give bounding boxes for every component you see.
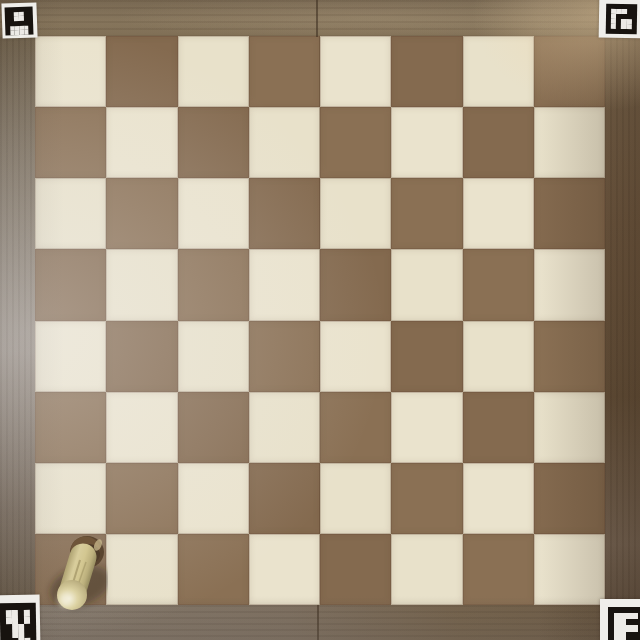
board-frame-right <box>604 0 640 640</box>
square-c8 <box>178 36 249 107</box>
square-e4 <box>320 321 391 392</box>
square-b3 <box>106 392 177 463</box>
square-c2 <box>178 463 249 534</box>
square-f7 <box>391 107 462 178</box>
square-d7 <box>249 107 320 178</box>
square-f3 <box>391 392 462 463</box>
square-c1 <box>178 534 249 605</box>
fiducial-pattern <box>608 607 640 640</box>
square-e2 <box>320 463 391 534</box>
fiducial-marker-bottom-right <box>600 599 640 640</box>
square-e1 <box>320 534 391 605</box>
fiducial-pattern <box>606 4 638 35</box>
pawn-head <box>57 580 87 610</box>
square-h2 <box>534 463 605 534</box>
square-c7 <box>178 107 249 178</box>
square-g7 <box>463 107 534 178</box>
square-a5 <box>35 249 106 320</box>
fiducial-marker-top-right <box>599 0 640 38</box>
square-h6 <box>534 178 605 249</box>
square-b8 <box>106 36 177 107</box>
square-f5 <box>391 249 462 320</box>
square-b4 <box>106 321 177 392</box>
square-g6 <box>463 178 534 249</box>
square-h5 <box>534 249 605 320</box>
white-pawn-fallen <box>38 524 108 618</box>
square-f8 <box>391 36 462 107</box>
square-d6 <box>249 178 320 249</box>
square-d1 <box>249 534 320 605</box>
square-c4 <box>178 321 249 392</box>
board-fold-seam-center <box>319 36 320 605</box>
fiducial-marker-top-left <box>1 2 37 38</box>
square-e7 <box>320 107 391 178</box>
square-a6 <box>35 178 106 249</box>
square-d3 <box>249 392 320 463</box>
square-f2 <box>391 463 462 534</box>
square-b5 <box>106 249 177 320</box>
square-h3 <box>534 392 605 463</box>
square-h8 <box>534 36 605 107</box>
square-g3 <box>463 392 534 463</box>
square-c6 <box>178 178 249 249</box>
board-frame-left <box>0 0 36 640</box>
square-g4 <box>463 321 534 392</box>
square-b6 <box>106 178 177 249</box>
square-h7 <box>534 107 605 178</box>
chess-board <box>35 36 605 605</box>
square-a3 <box>35 392 106 463</box>
square-d4 <box>249 321 320 392</box>
square-a7 <box>35 107 106 178</box>
fiducial-marker-bottom-left <box>0 595 40 640</box>
chessboard-photo <box>0 0 640 640</box>
square-g1 <box>463 534 534 605</box>
fiducial-pattern <box>5 7 34 36</box>
square-c3 <box>178 392 249 463</box>
marker-cell <box>632 29 637 34</box>
square-d8 <box>249 36 320 107</box>
board-fold-seam-bottom <box>317 605 319 640</box>
square-e8 <box>320 36 391 107</box>
square-g5 <box>463 249 534 320</box>
board-frame-top <box>0 0 640 37</box>
square-c5 <box>178 249 249 320</box>
fiducial-pattern <box>0 603 36 640</box>
square-e6 <box>320 178 391 249</box>
square-g2 <box>463 463 534 534</box>
square-h1 <box>534 534 605 605</box>
square-e5 <box>320 249 391 320</box>
square-h4 <box>534 321 605 392</box>
board-fold-seam-top <box>316 0 318 37</box>
square-f1 <box>391 534 462 605</box>
square-b1 <box>106 534 177 605</box>
square-f4 <box>391 321 462 392</box>
square-b2 <box>106 463 177 534</box>
square-a8 <box>35 36 106 107</box>
square-g8 <box>463 36 534 107</box>
marker-cell <box>29 30 34 35</box>
square-b7 <box>106 107 177 178</box>
square-e3 <box>320 392 391 463</box>
pawn-highlight <box>60 594 70 607</box>
square-d5 <box>249 249 320 320</box>
square-f6 <box>391 178 462 249</box>
square-d2 <box>249 463 320 534</box>
square-a4 <box>35 321 106 392</box>
